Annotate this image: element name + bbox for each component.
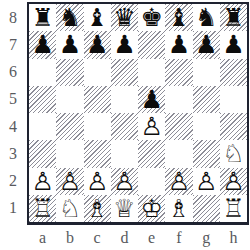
white-pawn-fill: ♟	[111, 168, 138, 195]
square-h5[interactable]	[220, 86, 247, 113]
square-c5[interactable]	[84, 86, 111, 113]
square-e8[interactable]: ♚	[138, 4, 165, 31]
square-h1[interactable]: ♜♖	[220, 195, 247, 222]
white-pawn: ♙	[29, 168, 56, 195]
white-knight-fill: ♞	[56, 195, 83, 222]
square-b8[interactable]: ♞	[56, 4, 83, 31]
square-c6[interactable]	[84, 59, 111, 86]
square-e1[interactable]: ♚♔	[138, 195, 165, 222]
square-a8[interactable]: ♜	[29, 4, 56, 31]
square-d5[interactable]	[111, 86, 138, 113]
square-g2[interactable]: ♟♙	[193, 168, 220, 195]
square-a3[interactable]	[29, 140, 56, 167]
file-label-e: e	[138, 229, 165, 249]
square-b7[interactable]: ♟	[56, 31, 83, 58]
square-c7[interactable]: ♟	[84, 31, 111, 58]
white-bishop: ♗	[84, 195, 111, 222]
white-king-fill: ♚	[138, 195, 165, 222]
square-a6[interactable]	[29, 59, 56, 86]
white-rook: ♖	[29, 195, 56, 222]
square-d7[interactable]: ♟	[111, 31, 138, 58]
black-pawn: ♟	[220, 31, 247, 58]
black-king: ♚	[138, 4, 165, 31]
chess-diagram: 8 7 6 5 4 3 2 1 ♜♞♝♛♚♝♞♜♟♟♟♟♟♟♟♟♟♙♞♘♟♙♟♙…	[0, 0, 250, 250]
square-d2[interactable]: ♟♙	[111, 168, 138, 195]
white-bishop: ♗	[165, 195, 192, 222]
square-e2[interactable]	[138, 168, 165, 195]
white-knight: ♘	[56, 195, 83, 222]
square-h4[interactable]	[220, 113, 247, 140]
square-c1[interactable]: ♝♗	[84, 195, 111, 222]
square-g8[interactable]: ♞	[193, 4, 220, 31]
rank-label-8: 8	[0, 4, 26, 31]
black-knight: ♞	[56, 4, 83, 31]
white-pawn-fill: ♟	[84, 168, 111, 195]
file-label-a: a	[29, 229, 56, 249]
square-b5[interactable]	[56, 86, 83, 113]
square-a5[interactable]	[29, 86, 56, 113]
white-rook: ♖	[220, 195, 247, 222]
white-pawn: ♙	[84, 168, 111, 195]
rank-label-7: 7	[0, 31, 26, 58]
square-e6[interactable]	[138, 59, 165, 86]
square-b4[interactable]	[56, 113, 83, 140]
white-rook-fill: ♜	[220, 195, 247, 222]
square-g7[interactable]: ♟	[193, 31, 220, 58]
square-b3[interactable]	[56, 140, 83, 167]
rank-label-5: 5	[0, 86, 26, 113]
white-knight-fill: ♞	[220, 140, 247, 167]
square-d1[interactable]: ♛♕	[111, 195, 138, 222]
square-h8[interactable]: ♜	[220, 4, 247, 31]
square-g6[interactable]	[193, 59, 220, 86]
white-pawn: ♙	[165, 168, 192, 195]
white-bishop-fill: ♝	[84, 195, 111, 222]
square-f3[interactable]	[165, 140, 192, 167]
square-a2[interactable]: ♟♙	[29, 168, 56, 195]
square-e5[interactable]: ♟	[138, 86, 165, 113]
square-c3[interactable]	[84, 140, 111, 167]
white-pawn-fill: ♟	[56, 168, 83, 195]
black-pawn: ♟	[193, 31, 220, 58]
white-pawn: ♙	[56, 168, 83, 195]
square-e3[interactable]	[138, 140, 165, 167]
square-f2[interactable]: ♟♙	[165, 168, 192, 195]
square-g4[interactable]	[193, 113, 220, 140]
square-a7[interactable]: ♟	[29, 31, 56, 58]
rank-label-3: 3	[0, 140, 26, 167]
square-b2[interactable]: ♟♙	[56, 168, 83, 195]
black-pawn: ♟	[165, 31, 192, 58]
black-knight: ♞	[193, 4, 220, 31]
square-c8[interactable]: ♝	[84, 4, 111, 31]
square-d4[interactable]	[111, 113, 138, 140]
file-label-g: g	[193, 229, 220, 249]
rank-label-2: 2	[0, 168, 26, 195]
square-c4[interactable]	[84, 113, 111, 140]
black-pawn: ♟	[138, 86, 165, 113]
black-rook: ♜	[29, 4, 56, 31]
white-queen: ♕	[111, 195, 138, 222]
white-rook-fill: ♜	[29, 195, 56, 222]
square-h3[interactable]: ♞♘	[220, 140, 247, 167]
square-a4[interactable]	[29, 113, 56, 140]
white-pawn: ♙	[193, 168, 220, 195]
black-bishop: ♝	[84, 4, 111, 31]
black-queen: ♛	[111, 4, 138, 31]
square-f8[interactable]: ♝	[165, 4, 192, 31]
rank-label-4: 4	[0, 113, 26, 140]
square-g3[interactable]	[193, 140, 220, 167]
file-label-f: f	[165, 229, 192, 249]
file-label-d: d	[111, 229, 138, 249]
square-f5[interactable]	[165, 86, 192, 113]
square-f4[interactable]	[165, 113, 192, 140]
square-b6[interactable]	[56, 59, 83, 86]
square-g1[interactable]	[193, 195, 220, 222]
rank-label-6: 6	[0, 59, 26, 86]
file-label-c: c	[84, 229, 111, 249]
square-d6[interactable]	[111, 59, 138, 86]
white-pawn: ♙	[111, 168, 138, 195]
rank-labels: 8 7 6 5 4 3 2 1	[0, 4, 26, 222]
square-h2[interactable]: ♟♙	[220, 168, 247, 195]
rank-label-1: 1	[0, 195, 26, 222]
black-bishop: ♝	[165, 4, 192, 31]
square-h7[interactable]: ♟	[220, 31, 247, 58]
chess-board: ♜♞♝♛♚♝♞♜♟♟♟♟♟♟♟♟♟♙♞♘♟♙♟♙♟♙♟♙♟♙♟♙♟♙♜♖♞♘♝♗…	[27, 2, 249, 225]
black-pawn: ♟	[29, 31, 56, 58]
square-d8[interactable]: ♛	[111, 4, 138, 31]
square-f1[interactable]: ♝♗	[165, 195, 192, 222]
white-bishop-fill: ♝	[165, 195, 192, 222]
white-knight: ♘	[220, 140, 247, 167]
black-pawn: ♟	[84, 31, 111, 58]
white-pawn-fill: ♟	[138, 113, 165, 140]
black-rook: ♜	[220, 4, 247, 31]
file-label-h: h	[220, 229, 247, 249]
white-pawn: ♙	[138, 113, 165, 140]
square-g5[interactable]	[193, 86, 220, 113]
file-labels: a b c d e f g h	[29, 229, 247, 249]
file-label-b: b	[56, 229, 83, 249]
white-king: ♔	[138, 195, 165, 222]
white-queen-fill: ♛	[111, 195, 138, 222]
square-e4[interactable]: ♟♙	[138, 113, 165, 140]
square-d3[interactable]	[111, 140, 138, 167]
black-pawn: ♟	[111, 31, 138, 58]
white-pawn-fill: ♟	[29, 168, 56, 195]
square-c2[interactable]: ♟♙	[84, 168, 111, 195]
white-pawn-fill: ♟	[165, 168, 192, 195]
square-b1[interactable]: ♞♘	[56, 195, 83, 222]
square-f7[interactable]: ♟	[165, 31, 192, 58]
square-a1[interactable]: ♜♖	[29, 195, 56, 222]
square-e7[interactable]	[138, 31, 165, 58]
white-pawn-fill: ♟	[220, 168, 247, 195]
white-pawn: ♙	[220, 168, 247, 195]
white-pawn-fill: ♟	[193, 168, 220, 195]
square-f6[interactable]	[165, 59, 192, 86]
square-h6[interactable]	[220, 59, 247, 86]
black-pawn: ♟	[56, 31, 83, 58]
